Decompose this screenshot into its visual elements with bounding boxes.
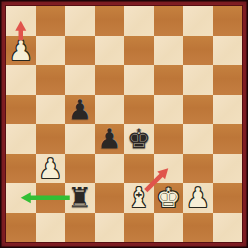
square-e4[interactable]: ♚ (124, 124, 154, 154)
black-rook-c2[interactable]: ♜ (68, 183, 92, 213)
square-f5[interactable] (154, 95, 184, 125)
square-d6[interactable] (95, 65, 125, 95)
square-h3[interactable] (213, 154, 243, 184)
square-c6[interactable] (65, 65, 95, 95)
square-c2[interactable]: ♜ (65, 183, 95, 213)
square-h7[interactable] (213, 36, 243, 66)
square-c8[interactable] (65, 6, 95, 36)
white-pawn-b3[interactable]: ♟ (38, 154, 62, 184)
chess-board: ♟♟♟♚♟♜♝♚♟ (6, 6, 242, 242)
square-a2[interactable] (6, 183, 36, 213)
square-b3[interactable]: ♟ (36, 154, 66, 184)
square-a7[interactable]: ♟ (6, 36, 36, 66)
square-g2[interactable]: ♟ (183, 183, 213, 213)
square-e3[interactable] (124, 154, 154, 184)
square-g8[interactable] (183, 6, 213, 36)
square-a8[interactable] (6, 6, 36, 36)
square-e2[interactable]: ♝ (124, 183, 154, 213)
square-c1[interactable] (65, 213, 95, 243)
square-e7[interactable] (124, 36, 154, 66)
square-a3[interactable] (6, 154, 36, 184)
square-a6[interactable] (6, 65, 36, 95)
square-a4[interactable] (6, 124, 36, 154)
square-h4[interactable] (213, 124, 243, 154)
square-a1[interactable] (6, 213, 36, 243)
square-b5[interactable] (36, 95, 66, 125)
square-b1[interactable] (36, 213, 66, 243)
square-c4[interactable] (65, 124, 95, 154)
square-g3[interactable] (183, 154, 213, 184)
square-f3[interactable] (154, 154, 184, 184)
square-d3[interactable] (95, 154, 125, 184)
square-d8[interactable] (95, 6, 125, 36)
white-bishop-e2[interactable]: ♝ (127, 183, 151, 213)
board-frame: ♟♟♟♚♟♜♝♚♟ (0, 0, 248, 248)
square-f6[interactable] (154, 65, 184, 95)
square-f4[interactable] (154, 124, 184, 154)
square-c5[interactable]: ♟ (65, 95, 95, 125)
square-g7[interactable] (183, 36, 213, 66)
square-g5[interactable] (183, 95, 213, 125)
square-b4[interactable] (36, 124, 66, 154)
square-f8[interactable] (154, 6, 184, 36)
square-g4[interactable] (183, 124, 213, 154)
black-king-e4[interactable]: ♚ (127, 124, 151, 154)
white-pawn-a7[interactable]: ♟ (9, 36, 33, 66)
square-f7[interactable] (154, 36, 184, 66)
square-h8[interactable] (213, 6, 243, 36)
square-d2[interactable] (95, 183, 125, 213)
square-b7[interactable] (36, 36, 66, 66)
square-h1[interactable] (213, 213, 243, 243)
square-e8[interactable] (124, 6, 154, 36)
black-pawn-d4[interactable]: ♟ (97, 124, 121, 154)
square-h6[interactable] (213, 65, 243, 95)
square-h2[interactable] (213, 183, 243, 213)
square-b2[interactable] (36, 183, 66, 213)
square-h5[interactable] (213, 95, 243, 125)
square-a5[interactable] (6, 95, 36, 125)
white-king-f2[interactable]: ♚ (156, 183, 180, 213)
square-d4[interactable]: ♟ (95, 124, 125, 154)
square-b8[interactable] (36, 6, 66, 36)
square-e6[interactable] (124, 65, 154, 95)
square-g6[interactable] (183, 65, 213, 95)
square-d7[interactable] (95, 36, 125, 66)
square-f2[interactable]: ♚ (154, 183, 184, 213)
black-pawn-c5[interactable]: ♟ (68, 95, 92, 125)
square-c7[interactable] (65, 36, 95, 66)
square-d5[interactable] (95, 95, 125, 125)
square-e5[interactable] (124, 95, 154, 125)
square-g1[interactable] (183, 213, 213, 243)
square-d1[interactable] (95, 213, 125, 243)
square-e1[interactable] (124, 213, 154, 243)
square-c3[interactable] (65, 154, 95, 184)
square-b6[interactable] (36, 65, 66, 95)
white-pawn-g2[interactable]: ♟ (186, 183, 210, 213)
square-f1[interactable] (154, 213, 184, 243)
